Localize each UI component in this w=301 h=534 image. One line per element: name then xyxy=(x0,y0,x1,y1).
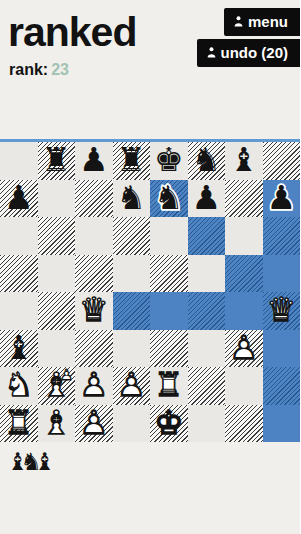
square-f5[interactable] xyxy=(188,255,226,293)
square-d7[interactable]: ♞ xyxy=(113,180,151,218)
captured-black-bishop: ♝ xyxy=(34,450,56,474)
white-king[interactable]: ♚♔ xyxy=(150,405,188,443)
square-f6[interactable] xyxy=(188,217,226,255)
square-h7[interactable]: ♟♟ xyxy=(263,180,301,218)
square-a5[interactable] xyxy=(0,255,38,293)
rank-indicator: rank:23 xyxy=(9,61,69,79)
square-d4[interactable] xyxy=(113,292,151,330)
black-pawn[interactable]: ♟♟ xyxy=(263,180,301,218)
square-h8[interactable] xyxy=(263,142,301,180)
square-e8[interactable]: ♚ xyxy=(150,142,188,180)
square-c5[interactable] xyxy=(75,255,113,293)
square-c2[interactable]: ♟♙ xyxy=(75,367,113,405)
black-knight[interactable]: ♞♞ xyxy=(150,180,188,218)
square-d2[interactable]: ♟♙ xyxy=(113,367,151,405)
square-g8[interactable]: ♝ xyxy=(225,142,263,180)
square-h5[interactable] xyxy=(263,255,301,293)
person-icon xyxy=(234,16,243,27)
square-g7[interactable] xyxy=(225,180,263,218)
square-f1[interactable] xyxy=(188,405,226,443)
black-pawn[interactable]: ♟ xyxy=(188,180,226,218)
black-king[interactable]: ♚ xyxy=(150,142,188,180)
square-a1[interactable]: ♜♖ xyxy=(0,405,38,443)
square-a3[interactable]: ♝ xyxy=(0,330,38,368)
black-knight[interactable]: ♞ xyxy=(188,142,226,180)
square-g4[interactable] xyxy=(225,292,263,330)
square-f4[interactable] xyxy=(188,292,226,330)
white-queen[interactable]: ♛♕ xyxy=(263,292,301,330)
square-c6[interactable] xyxy=(75,217,113,255)
square-b2[interactable]: ♝♗♟♙ xyxy=(38,367,76,405)
captured-pieces-tray: ♝♞♝ xyxy=(7,450,56,474)
undo-button[interactable]: undo (20) xyxy=(197,39,301,67)
white-knight[interactable]: ♞♘ xyxy=(0,367,38,405)
square-d1[interactable] xyxy=(113,405,151,443)
square-c8[interactable]: ♟ xyxy=(75,142,113,180)
square-b8[interactable]: ♜ xyxy=(38,142,76,180)
square-g3[interactable]: ♟♙ xyxy=(225,330,263,368)
black-pawn[interactable]: ♟ xyxy=(0,180,38,218)
square-f2[interactable] xyxy=(188,367,226,405)
square-h6[interactable] xyxy=(263,217,301,255)
square-g1[interactable] xyxy=(225,405,263,443)
black-bishop[interactable]: ♝ xyxy=(0,330,38,368)
square-b4[interactable] xyxy=(38,292,76,330)
black-bishop[interactable]: ♝ xyxy=(225,142,263,180)
white-queen[interactable]: ♛♕ xyxy=(75,292,113,330)
menu-button-label: menu xyxy=(248,13,288,30)
square-a4[interactable] xyxy=(0,292,38,330)
person-icon xyxy=(207,47,216,58)
square-b1[interactable]: ♝♗ xyxy=(38,405,76,443)
square-c1[interactable]: ♟♙ xyxy=(75,405,113,443)
square-e1[interactable]: ♚♔ xyxy=(150,405,188,443)
white-rook[interactable]: ♜♖ xyxy=(150,367,188,405)
pawn-badge-icon: ♟♙ xyxy=(58,367,75,384)
square-e6[interactable] xyxy=(150,217,188,255)
app-root: ranked menu undo (20) rank:23 ♜♟♜♚♞♝♟♞♞♞… xyxy=(0,0,300,534)
square-a7[interactable]: ♟ xyxy=(0,180,38,218)
square-a8[interactable] xyxy=(0,142,38,180)
square-d8[interactable]: ♜ xyxy=(113,142,151,180)
white-bishop[interactable]: ♝♗ xyxy=(38,405,76,443)
square-a6[interactable] xyxy=(0,217,38,255)
white-pawn[interactable]: ♟♙ xyxy=(113,367,151,405)
rank-value: 23 xyxy=(51,61,69,78)
square-c4[interactable]: ♛♕ xyxy=(75,292,113,330)
square-e4[interactable] xyxy=(150,292,188,330)
square-c3[interactable] xyxy=(75,330,113,368)
black-pawn[interactable]: ♟ xyxy=(75,142,113,180)
square-g6[interactable] xyxy=(225,217,263,255)
square-b6[interactable] xyxy=(38,217,76,255)
white-rook[interactable]: ♜♖ xyxy=(0,405,38,443)
black-knight[interactable]: ♞ xyxy=(113,180,151,218)
square-d5[interactable] xyxy=(113,255,151,293)
square-h1[interactable] xyxy=(263,405,301,443)
menu-button[interactable]: menu xyxy=(224,8,300,36)
square-e2[interactable]: ♜♖ xyxy=(150,367,188,405)
square-a2[interactable]: ♞♘ xyxy=(0,367,38,405)
black-rook[interactable]: ♜ xyxy=(38,142,76,180)
square-f7[interactable]: ♟ xyxy=(188,180,226,218)
square-e3[interactable] xyxy=(150,330,188,368)
square-b7[interactable] xyxy=(38,180,76,218)
square-h2[interactable] xyxy=(263,367,301,405)
rank-label: rank: xyxy=(9,61,48,78)
square-b5[interactable] xyxy=(38,255,76,293)
square-c7[interactable] xyxy=(75,180,113,218)
square-d6[interactable] xyxy=(113,217,151,255)
square-h3[interactable] xyxy=(263,330,301,368)
square-e5[interactable] xyxy=(150,255,188,293)
square-e7[interactable]: ♞♞ xyxy=(150,180,188,218)
square-g5[interactable] xyxy=(225,255,263,293)
white-pawn[interactable]: ♟♙ xyxy=(75,405,113,443)
page-title: ranked xyxy=(8,12,136,53)
square-h4[interactable]: ♛♕ xyxy=(263,292,301,330)
white-pawn[interactable]: ♟♙ xyxy=(75,367,113,405)
square-d3[interactable] xyxy=(113,330,151,368)
square-f3[interactable] xyxy=(188,330,226,368)
square-b3[interactable] xyxy=(38,330,76,368)
black-rook[interactable]: ♜ xyxy=(113,142,151,180)
square-f8[interactable]: ♞ xyxy=(188,142,226,180)
square-g2[interactable] xyxy=(225,367,263,405)
white-pawn[interactable]: ♟♙ xyxy=(225,330,263,368)
chess-board: ♜♟♜♚♞♝♟♞♞♞♟♟♟♛♕♛♕♝♟♙♞♘♝♗♟♙♟♙♟♙♜♖♜♖♝♗♟♙♚♔ xyxy=(0,142,300,442)
undo-button-label: undo (20) xyxy=(221,44,289,61)
